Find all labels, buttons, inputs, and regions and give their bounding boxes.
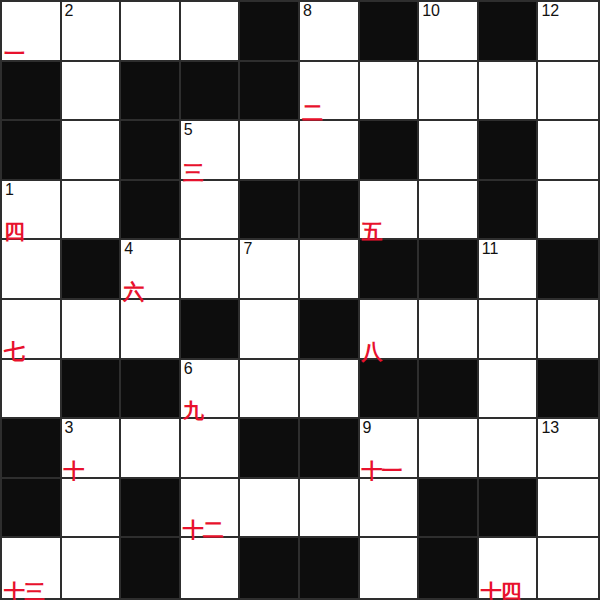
across-clue-mark: 十一 [362, 461, 402, 482]
letter-cell[interactable] [240, 479, 300, 539]
across-clue-mark: 十三 [4, 582, 44, 600]
letter-cell[interactable]: 3十 [62, 419, 122, 479]
letter-cell[interactable] [62, 62, 122, 122]
block-cell [2, 62, 62, 122]
block-cell [121, 479, 181, 539]
letter-cell[interactable]: 13 [538, 419, 598, 479]
letter-cell[interactable] [538, 479, 598, 539]
down-clue-number: 12 [541, 2, 559, 20]
letter-cell[interactable] [538, 538, 598, 598]
letter-cell[interactable] [419, 62, 479, 122]
block-cell [419, 240, 479, 300]
block-cell [240, 2, 300, 62]
block-cell [360, 121, 420, 181]
letter-cell[interactable] [62, 300, 122, 360]
block-cell [2, 479, 62, 539]
block-cell [538, 240, 598, 300]
down-clue-number: 10 [422, 2, 440, 20]
across-clue-mark: 十二 [183, 520, 223, 541]
across-clue-mark: 九 [183, 401, 203, 422]
letter-cell[interactable] [419, 300, 479, 360]
letter-cell[interactable] [300, 240, 360, 300]
block-cell [479, 121, 539, 181]
block-cell [240, 62, 300, 122]
letter-cell[interactable] [240, 360, 300, 420]
letter-cell[interactable] [62, 121, 122, 181]
letter-cell[interactable]: 11 [479, 240, 539, 300]
letter-cell[interactable] [181, 2, 241, 62]
across-clue-mark: 五 [362, 222, 382, 243]
block-cell [360, 360, 420, 420]
across-clue-mark: 七 [4, 342, 24, 363]
letter-cell[interactable]: 8 [300, 2, 360, 62]
letter-cell[interactable] [538, 121, 598, 181]
block-cell [479, 2, 539, 62]
across-clue-mark: 二 [302, 103, 322, 124]
letter-cell[interactable]: 十三 [2, 538, 62, 598]
letter-cell[interactable]: 10 [419, 2, 479, 62]
block-cell [300, 181, 360, 241]
block-cell [62, 240, 122, 300]
down-clue-number: 4 [124, 240, 133, 258]
letter-cell[interactable]: 五 [360, 181, 420, 241]
letter-cell[interactable] [62, 181, 122, 241]
letter-cell[interactable] [479, 360, 539, 420]
letter-cell[interactable]: 二 [300, 62, 360, 122]
down-clue-number: 2 [65, 2, 74, 20]
block-cell [62, 360, 122, 420]
block-cell [121, 181, 181, 241]
letter-cell[interactable]: 八 [360, 300, 420, 360]
block-cell [240, 538, 300, 598]
across-clue-mark: 六 [123, 282, 143, 303]
letter-cell[interactable] [2, 240, 62, 300]
letter-cell[interactable] [62, 538, 122, 598]
letter-cell[interactable] [538, 62, 598, 122]
letter-cell[interactable]: 一 [2, 2, 62, 62]
block-cell [360, 2, 420, 62]
down-clue-number: 9 [363, 419, 372, 437]
letter-cell[interactable]: 1四 [2, 181, 62, 241]
block-cell [121, 360, 181, 420]
letter-cell[interactable] [181, 181, 241, 241]
letter-cell[interactable] [479, 419, 539, 479]
block-cell [300, 419, 360, 479]
block-cell [419, 479, 479, 539]
letter-cell[interactable] [300, 479, 360, 539]
letter-cell[interactable]: 十四 [479, 538, 539, 598]
letter-cell[interactable] [419, 181, 479, 241]
block-cell [121, 62, 181, 122]
block-cell [419, 538, 479, 598]
letter-cell[interactable] [240, 300, 300, 360]
across-clue-mark: 八 [362, 342, 382, 363]
block-cell [240, 181, 300, 241]
down-clue-number: 6 [184, 360, 193, 378]
letter-cell[interactable] [538, 300, 598, 360]
letter-cell[interactable] [121, 419, 181, 479]
letter-cell[interactable]: 十二 [181, 479, 241, 539]
across-clue-mark: 三 [183, 163, 203, 184]
across-clue-mark: 四 [4, 222, 24, 243]
block-cell [121, 538, 181, 598]
letter-cell[interactable]: 2 [62, 2, 122, 62]
letter-cell[interactable]: 4六 [121, 240, 181, 300]
letter-cell[interactable] [360, 479, 420, 539]
block-cell [181, 62, 241, 122]
block-cell [2, 121, 62, 181]
block-cell [300, 538, 360, 598]
letter-cell[interactable] [2, 360, 62, 420]
letter-cell[interactable]: 7 [240, 240, 300, 300]
letter-cell[interactable] [181, 240, 241, 300]
letter-cell[interactable] [419, 419, 479, 479]
block-cell [121, 121, 181, 181]
letter-cell[interactable] [121, 300, 181, 360]
letter-cell[interactable] [300, 360, 360, 420]
letter-cell[interactable] [300, 121, 360, 181]
block-cell [2, 419, 62, 479]
across-clue-mark: 十 [64, 461, 84, 482]
letter-cell[interactable] [479, 62, 539, 122]
down-clue-number: 5 [184, 121, 193, 139]
across-clue-mark: 十四 [481, 582, 521, 600]
down-clue-number: 11 [482, 240, 499, 258]
block-cell [240, 419, 300, 479]
letter-cell[interactable] [181, 419, 241, 479]
down-clue-number: 8 [303, 2, 312, 20]
letter-cell[interactable]: 9十一 [360, 419, 420, 479]
letter-cell[interactable]: 6九 [181, 360, 241, 420]
down-clue-number: 7 [243, 240, 252, 258]
letter-cell[interactable]: 12 [538, 2, 598, 62]
block-cell [181, 300, 241, 360]
letter-cell[interactable] [538, 181, 598, 241]
block-cell [419, 360, 479, 420]
letter-cell[interactable] [360, 62, 420, 122]
block-cell [538, 360, 598, 420]
across-clue-mark: 一 [4, 44, 24, 65]
letter-cell[interactable] [419, 121, 479, 181]
block-cell [300, 300, 360, 360]
down-clue-number: 13 [541, 419, 559, 437]
letter-cell[interactable]: 七 [2, 300, 62, 360]
down-clue-number: 1 [5, 181, 14, 199]
letter-cell[interactable] [62, 479, 122, 539]
letter-cell[interactable]: 5三 [181, 121, 241, 181]
letter-cell[interactable] [121, 2, 181, 62]
block-cell [360, 240, 420, 300]
letter-cell[interactable] [181, 538, 241, 598]
down-clue-number: 3 [65, 419, 74, 437]
letter-cell[interactable] [240, 121, 300, 181]
block-cell [479, 181, 539, 241]
letter-cell[interactable] [360, 538, 420, 598]
block-cell [479, 479, 539, 539]
letter-cell[interactable] [479, 300, 539, 360]
crossword-board: 一281012二5三1四五4六711七八6九3十9十一13十二十三十四 [0, 0, 600, 600]
